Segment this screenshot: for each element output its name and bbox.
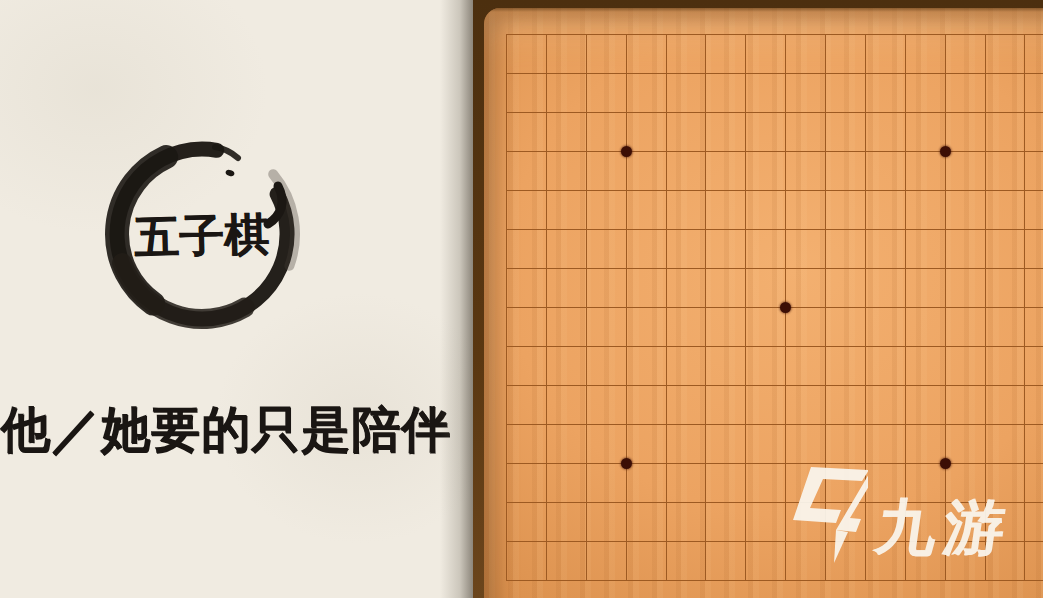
board-cell[interactable] (986, 347, 1026, 386)
board-cell[interactable] (906, 113, 946, 152)
board-cell[interactable] (906, 191, 946, 230)
board-cell[interactable] (746, 464, 786, 503)
board-cell[interactable] (627, 542, 667, 581)
board-cell[interactable] (627, 230, 667, 269)
board-cell[interactable] (786, 35, 826, 74)
board-cell[interactable] (746, 74, 786, 113)
board-cell[interactable] (706, 74, 746, 113)
board-cell[interactable] (826, 35, 866, 74)
board-cell[interactable] (547, 503, 587, 542)
board-cell[interactable] (507, 35, 547, 74)
board-cell[interactable] (946, 113, 986, 152)
board-cell[interactable] (547, 35, 587, 74)
board-cell[interactable] (587, 542, 627, 581)
board-cell[interactable] (667, 347, 707, 386)
board-cell[interactable] (1025, 152, 1043, 191)
board-cell[interactable] (547, 347, 587, 386)
board-cell[interactable] (587, 269, 627, 308)
board-cell[interactable] (587, 74, 627, 113)
tagline-text: 他／她要的只是陪伴 (1, 397, 478, 463)
board-cell[interactable] (986, 35, 1026, 74)
board-cell[interactable] (826, 347, 866, 386)
board-cell[interactable] (866, 269, 906, 308)
board-cell[interactable] (986, 191, 1026, 230)
board-cell[interactable] (786, 113, 826, 152)
board-cell[interactable] (587, 503, 627, 542)
board-cell[interactable] (547, 191, 587, 230)
board-cell[interactable] (547, 74, 587, 113)
board-cell[interactable] (667, 386, 707, 425)
board-cell[interactable] (706, 35, 746, 74)
board-cell[interactable] (866, 191, 906, 230)
board-cell[interactable] (587, 386, 627, 425)
board-cell[interactable] (746, 503, 786, 542)
board-cell[interactable] (1025, 503, 1043, 542)
board-cell[interactable] (507, 347, 547, 386)
board-cell[interactable] (746, 347, 786, 386)
board-cell[interactable] (946, 347, 986, 386)
board-cell[interactable] (507, 425, 547, 464)
board-cell[interactable] (906, 308, 946, 347)
board-cell[interactable] (547, 269, 587, 308)
board-cell[interactable] (1025, 347, 1043, 386)
board-cell[interactable] (946, 425, 986, 464)
board-cell[interactable] (746, 386, 786, 425)
board-cell[interactable] (746, 191, 786, 230)
board-cell[interactable] (786, 269, 826, 308)
board-cell[interactable] (1025, 386, 1043, 425)
board-cell[interactable] (706, 386, 746, 425)
board-cell[interactable] (746, 35, 786, 74)
poster-panel: 五子棋 他／她要的只是陪伴 (0, 0, 478, 598)
board-cell[interactable] (946, 74, 986, 113)
board-cell[interactable] (706, 464, 746, 503)
board-cell[interactable] (746, 308, 786, 347)
board-cell[interactable] (986, 269, 1026, 308)
board-cell[interactable] (946, 269, 986, 308)
board-cell[interactable] (1025, 542, 1043, 581)
board-cell[interactable] (507, 386, 547, 425)
board-cell[interactable] (906, 425, 946, 464)
board-cell[interactable] (627, 425, 667, 464)
board-cell[interactable] (667, 191, 707, 230)
board-cell[interactable] (507, 230, 547, 269)
jiuyou-logo-icon (790, 466, 868, 566)
board-cell[interactable] (906, 269, 946, 308)
board-cell[interactable] (946, 230, 986, 269)
board-cell[interactable] (1025, 269, 1043, 308)
board-cell[interactable] (866, 230, 906, 269)
board-cell[interactable] (587, 191, 627, 230)
board-cell[interactable] (866, 35, 906, 74)
board-cell[interactable] (507, 152, 547, 191)
board-cell[interactable] (587, 230, 627, 269)
board-cell[interactable] (826, 269, 866, 308)
board-cell[interactable] (786, 386, 826, 425)
board-cell[interactable] (706, 347, 746, 386)
board-cell[interactable] (746, 152, 786, 191)
board-cell[interactable] (587, 347, 627, 386)
board-cell[interactable] (986, 230, 1026, 269)
board-cell[interactable] (786, 425, 826, 464)
board-cell[interactable] (706, 308, 746, 347)
board-cell[interactable] (786, 308, 826, 347)
board-cell[interactable] (547, 230, 587, 269)
board-cell[interactable] (826, 386, 866, 425)
board-cell[interactable] (906, 230, 946, 269)
board-cell[interactable] (507, 503, 547, 542)
board-cell[interactable] (667, 464, 707, 503)
board-cell[interactable] (547, 308, 587, 347)
board-cell[interactable] (706, 152, 746, 191)
board-cell[interactable] (627, 191, 667, 230)
board-cell[interactable] (627, 74, 667, 113)
board-cell[interactable] (866, 152, 906, 191)
board-cell[interactable] (986, 152, 1026, 191)
board-cell[interactable] (986, 74, 1026, 113)
board-cell[interactable] (667, 503, 707, 542)
board-cell[interactable] (786, 191, 826, 230)
board-cell[interactable] (786, 230, 826, 269)
board-cell[interactable] (627, 464, 667, 503)
board-cell[interactable] (587, 425, 627, 464)
board-cell[interactable] (706, 113, 746, 152)
board-cell[interactable] (946, 386, 986, 425)
board-cell[interactable] (986, 425, 1026, 464)
board-cell[interactable] (507, 191, 547, 230)
board-cell[interactable] (587, 464, 627, 503)
board-cell[interactable] (667, 74, 707, 113)
board-cell[interactable] (627, 503, 667, 542)
board-cell[interactable] (667, 152, 707, 191)
board-cell[interactable] (826, 230, 866, 269)
board-cell[interactable] (627, 35, 667, 74)
board-cell[interactable] (746, 425, 786, 464)
board-cell[interactable] (826, 113, 866, 152)
board-cell[interactable] (667, 113, 707, 152)
board-cell[interactable] (667, 425, 707, 464)
board-cell[interactable] (866, 425, 906, 464)
board-cell[interactable] (746, 269, 786, 308)
board-cell[interactable] (946, 308, 986, 347)
board-cell[interactable] (746, 230, 786, 269)
gomoku-promo-screen: 五子棋 他／她要的只是陪伴 九游 (0, 0, 1043, 598)
board-cell[interactable] (587, 308, 627, 347)
watermark: 九游 (788, 462, 1028, 572)
board-cell[interactable] (627, 347, 667, 386)
board-cell[interactable] (986, 386, 1026, 425)
board-cell[interactable] (547, 542, 587, 581)
board-cell[interactable] (547, 152, 587, 191)
board-cell[interactable] (1025, 35, 1043, 74)
board-cell[interactable] (906, 35, 946, 74)
board-cell[interactable] (507, 464, 547, 503)
board-cell[interactable] (1025, 191, 1043, 230)
board-cell[interactable] (986, 308, 1026, 347)
board-cell[interactable] (706, 191, 746, 230)
board-cell[interactable] (786, 74, 826, 113)
board-cell[interactable] (1025, 425, 1043, 464)
board-cell[interactable] (1025, 308, 1043, 347)
board-cell[interactable] (826, 152, 866, 191)
board-cell[interactable] (946, 152, 986, 191)
board-cell[interactable] (667, 542, 707, 581)
board-cell[interactable] (547, 425, 587, 464)
board-cell[interactable] (1025, 464, 1043, 503)
board-cell[interactable] (547, 464, 587, 503)
board-cell[interactable] (906, 152, 946, 191)
board-cell[interactable] (507, 542, 547, 581)
board-cell[interactable] (1025, 113, 1043, 152)
board-cell[interactable] (866, 113, 906, 152)
panel-divider-shadow (440, 0, 473, 598)
board-cell[interactable] (667, 230, 707, 269)
board-cell[interactable] (986, 113, 1026, 152)
board-cell[interactable] (627, 308, 667, 347)
board-cell[interactable] (627, 386, 667, 425)
board-cell[interactable] (587, 152, 627, 191)
board-cell[interactable] (826, 308, 866, 347)
board-cell[interactable] (906, 386, 946, 425)
board-cell[interactable] (667, 308, 707, 347)
board-cell[interactable] (866, 386, 906, 425)
board-cell[interactable] (706, 503, 746, 542)
board-cell[interactable] (786, 347, 826, 386)
board-cell[interactable] (507, 269, 547, 308)
board-cell[interactable] (866, 308, 906, 347)
board-cell[interactable] (507, 113, 547, 152)
board-cell[interactable] (906, 347, 946, 386)
board-cell[interactable] (826, 74, 866, 113)
board-cell[interactable] (826, 191, 866, 230)
board-cell[interactable] (627, 152, 667, 191)
board-cell[interactable] (627, 269, 667, 308)
board-cell[interactable] (587, 113, 627, 152)
board-cell[interactable] (706, 269, 746, 308)
board-cell[interactable] (866, 347, 906, 386)
board-cell[interactable] (706, 230, 746, 269)
board-cell[interactable] (946, 191, 986, 230)
board-cell[interactable] (547, 113, 587, 152)
board-cell[interactable] (1025, 74, 1043, 113)
board-cell[interactable] (946, 35, 986, 74)
board-cell[interactable] (667, 35, 707, 74)
board-cell[interactable] (1025, 230, 1043, 269)
board-cell[interactable] (826, 425, 866, 464)
board-cell[interactable] (746, 113, 786, 152)
board-cell[interactable] (866, 74, 906, 113)
board-cell[interactable] (706, 425, 746, 464)
board-cell[interactable] (906, 74, 946, 113)
board-cell[interactable] (587, 35, 627, 74)
board-cell[interactable] (746, 542, 786, 581)
board-cell[interactable] (667, 269, 707, 308)
board-cell[interactable] (507, 308, 547, 347)
watermark-text: 九游 (870, 488, 1017, 569)
game-title: 五子棋 (133, 210, 274, 263)
board-cell[interactable] (547, 386, 587, 425)
board-cell[interactable] (706, 542, 746, 581)
board-cell[interactable] (786, 152, 826, 191)
board-cell[interactable] (627, 113, 667, 152)
board-cell[interactable] (507, 74, 547, 113)
